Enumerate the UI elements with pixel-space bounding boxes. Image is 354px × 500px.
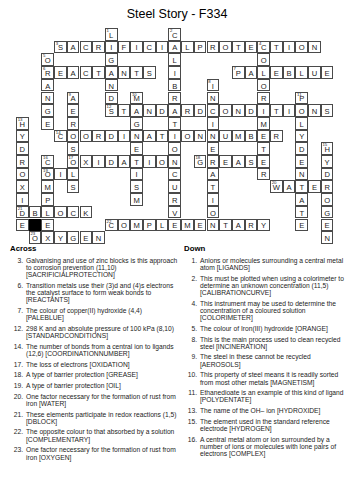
clue-num-label: 1. bbox=[184, 257, 197, 272]
grid-cell: I bbox=[16, 193, 29, 206]
cell-letter: I bbox=[208, 120, 219, 129]
cell-letter: N bbox=[296, 170, 307, 179]
cell-letter: N bbox=[131, 132, 142, 141]
cell-letter: C bbox=[208, 107, 219, 116]
grid-cell: L bbox=[295, 66, 308, 79]
grid-cell: A bbox=[67, 66, 80, 79]
grid-cell: V bbox=[168, 206, 181, 219]
cell-letter: A bbox=[42, 82, 53, 91]
grid-cell: N bbox=[308, 104, 321, 117]
cell-letter: P bbox=[195, 43, 206, 52]
grid-cell: L bbox=[181, 41, 194, 54]
grid-cell: I bbox=[54, 168, 67, 181]
clue-across-6: 6.Transition metals use their (3)d and (… bbox=[10, 282, 180, 304]
down-section: Down 1.Anions or molecules surrounding a… bbox=[184, 245, 352, 461]
clue-text: The colour of Iron(III) hydroxide [ORANG… bbox=[200, 325, 352, 332]
cell-letter: A bbox=[246, 69, 257, 78]
cell-letter: S bbox=[131, 183, 142, 192]
grid-cell: E bbox=[16, 219, 29, 232]
cell-letter: L bbox=[157, 221, 168, 230]
cell-letter: R bbox=[208, 158, 219, 167]
cell-letter: N bbox=[309, 107, 320, 116]
grid-cell: N bbox=[308, 41, 321, 54]
clue-num-label: 22. bbox=[10, 428, 23, 443]
cell-letter: S bbox=[322, 107, 333, 116]
grid-cell: I bbox=[207, 117, 220, 130]
clue-num-label: 14. bbox=[10, 343, 23, 358]
cell-letter: O bbox=[296, 107, 307, 116]
cell-letter: I bbox=[157, 43, 168, 52]
cell-letter: T bbox=[258, 145, 269, 154]
cell-letter: O bbox=[42, 170, 53, 179]
grid-cell: E bbox=[257, 155, 270, 168]
grid-cell: I bbox=[105, 41, 118, 54]
clue-text: 298 K and an absolute pressure of 100 kP… bbox=[26, 325, 180, 340]
grid-cell: B bbox=[245, 130, 258, 143]
clue-down-8: 8.This is the main process used to clean… bbox=[184, 336, 352, 351]
cell-letter: C bbox=[106, 221, 117, 230]
grid-cell: X bbox=[16, 180, 29, 193]
grid-cell: E bbox=[41, 117, 54, 130]
cell-letter: R bbox=[208, 43, 219, 52]
cell-letter: H bbox=[17, 120, 28, 129]
cell-letter: N bbox=[93, 234, 104, 243]
grid-cell: M bbox=[41, 180, 54, 193]
cell-letter: B bbox=[169, 82, 180, 91]
grid-cell: Y bbox=[16, 130, 29, 143]
clue-text: A type of barrier protection [GREASE] bbox=[26, 371, 180, 378]
clue-num-label: 8. bbox=[184, 336, 197, 351]
grid-cell: E bbox=[321, 66, 334, 79]
cell-letter: T bbox=[169, 120, 180, 129]
grid-cell: D bbox=[156, 104, 169, 117]
grid-cell: G bbox=[41, 104, 54, 117]
cell-letter: S bbox=[106, 107, 117, 116]
cell-letter: T bbox=[296, 183, 307, 192]
grid-cell: N bbox=[118, 66, 131, 79]
cell-letter: O bbox=[169, 145, 180, 154]
cell-letter: T bbox=[93, 69, 104, 78]
clue-num-label: 15. bbox=[184, 418, 197, 433]
clue-across-7: 7.The colour of copper(II) hydroxide (4,… bbox=[10, 307, 180, 322]
cell-letter: N bbox=[322, 234, 333, 243]
grid-cell: 12S bbox=[105, 104, 118, 117]
cell-letter: M bbox=[233, 132, 244, 141]
cell-letter: R bbox=[258, 170, 269, 179]
cell-letter: I bbox=[208, 196, 219, 205]
cell-letter: E bbox=[322, 69, 333, 78]
grid-cell: 1L bbox=[105, 28, 118, 41]
grid-cell: R bbox=[245, 219, 258, 232]
cell-letter: O bbox=[220, 43, 231, 52]
grid-cell: L bbox=[41, 206, 54, 219]
cell-letter: E bbox=[81, 234, 92, 243]
grid-cell: O bbox=[219, 104, 232, 117]
grid-cell: S bbox=[67, 180, 80, 193]
grid-cell: T bbox=[232, 41, 245, 54]
cell-letter: D bbox=[157, 107, 168, 116]
grid-cell: I bbox=[168, 130, 181, 143]
grid-cell: 8I bbox=[207, 79, 220, 92]
clue-down-11: 11.Ethanedioate is an example of this ki… bbox=[184, 389, 352, 404]
grid-cell: 13H bbox=[16, 117, 29, 130]
clue-down-4: 4.This instrument may be used to determi… bbox=[184, 300, 352, 322]
cell-letter: Y bbox=[55, 234, 66, 243]
cell-letter: E bbox=[258, 132, 269, 141]
grid-cell: A bbox=[232, 219, 245, 232]
cell-letter: E bbox=[220, 158, 231, 167]
grid-cell: E bbox=[207, 142, 220, 155]
grid-cell: N bbox=[207, 130, 220, 143]
cell-letter: C bbox=[169, 170, 180, 179]
grid-cell: L bbox=[168, 53, 181, 66]
clue-num-label: 2. bbox=[184, 275, 197, 297]
grid-cell: O bbox=[295, 41, 308, 54]
cell-letter: M bbox=[131, 196, 142, 205]
grid-cell: E bbox=[257, 130, 270, 143]
cell-letter: R bbox=[246, 221, 257, 230]
grid-cell: C bbox=[168, 168, 181, 181]
grid-cell: 16C bbox=[41, 155, 54, 168]
clue-num-label: 18. bbox=[10, 371, 23, 378]
grid-cell: I bbox=[283, 104, 296, 117]
cell-letter: L bbox=[169, 56, 180, 65]
cell-letter: X bbox=[81, 158, 92, 167]
cell-letter: T bbox=[220, 221, 231, 230]
cell-letter: C bbox=[42, 158, 53, 167]
grid-cell: 5O bbox=[41, 53, 54, 66]
clue-num-label: 11. bbox=[184, 389, 197, 404]
cell-letter: R bbox=[17, 158, 28, 167]
grid-cell: N bbox=[295, 168, 308, 181]
grid-cell: 11P bbox=[295, 92, 308, 105]
cell-letter: A bbox=[296, 196, 307, 205]
cell-letter: D bbox=[246, 107, 257, 116]
grid-cell: I bbox=[257, 104, 270, 117]
cell-letter: U bbox=[309, 69, 320, 78]
cell-letter: O bbox=[42, 56, 53, 65]
clue-text: The number of bonds from a central ion t… bbox=[26, 343, 180, 358]
cell-letter: I bbox=[17, 196, 28, 205]
cell-letter: L bbox=[296, 69, 307, 78]
grid-cell: 6R bbox=[41, 66, 54, 79]
clue-down-13: 13.The name of the OH– ion [HYDROXIDE] bbox=[184, 407, 352, 414]
cell-letter: M bbox=[258, 120, 269, 129]
cell-letter: E bbox=[296, 158, 307, 167]
grid-cell: 9A bbox=[67, 92, 80, 105]
grid-cell: 4C bbox=[257, 41, 270, 54]
clue-across-22: 22.The opposite colour to that absorbed … bbox=[10, 428, 180, 443]
cell-letter: N bbox=[144, 107, 155, 116]
cell-letter: E bbox=[42, 120, 53, 129]
grid-cell: N bbox=[207, 92, 220, 105]
cell-letter: O bbox=[30, 234, 41, 243]
cell-letter: I bbox=[144, 158, 155, 167]
cell-letter: E bbox=[246, 43, 257, 52]
grid-cell: R bbox=[257, 168, 270, 181]
grid-cell: C bbox=[80, 66, 93, 79]
grid-cell: A bbox=[118, 155, 131, 168]
grid-cell: N bbox=[194, 130, 207, 143]
clue-down-16: 16.A central metal atom or ion surrounde… bbox=[184, 436, 352, 458]
clue-num-label: 9. bbox=[184, 353, 197, 368]
grid-cell: P bbox=[143, 219, 156, 232]
grid-cell: 22C bbox=[105, 219, 118, 232]
cell-letter: Y bbox=[258, 221, 269, 230]
grid-cell: U bbox=[168, 180, 181, 193]
cell-letter: S bbox=[68, 183, 79, 192]
grid-cell: L bbox=[257, 66, 270, 79]
clue-text: One factor necessary for the formation o… bbox=[26, 446, 180, 461]
grid-cell: G bbox=[67, 231, 80, 244]
grid-cell: C bbox=[67, 206, 80, 219]
cell-letter: L bbox=[42, 209, 53, 218]
grid-cell: A bbox=[283, 180, 296, 193]
clue-text: A central metal atom or ion surrounded b… bbox=[200, 436, 352, 458]
cell-letter: T bbox=[296, 209, 307, 218]
grid-cell: A bbox=[295, 193, 308, 206]
cell-letter: I bbox=[131, 170, 142, 179]
grid-cell: E bbox=[295, 155, 308, 168]
grid-cell: A bbox=[168, 104, 181, 117]
grid-cell: C bbox=[207, 104, 220, 117]
across-clues: 3.Galvanising and use of zinc blocks is … bbox=[10, 257, 180, 461]
cell-letter: Y bbox=[17, 132, 28, 141]
cell-letter: E bbox=[258, 158, 269, 167]
grid-cell: 17O bbox=[67, 155, 80, 168]
grid-cell: R bbox=[181, 104, 194, 117]
grid-cell: L bbox=[156, 219, 169, 232]
grid-cell: A bbox=[232, 155, 245, 168]
grid-cell: N bbox=[168, 155, 181, 168]
cell-letter: N bbox=[106, 82, 117, 91]
grid-cell: S bbox=[245, 155, 258, 168]
cell-letter: N bbox=[169, 158, 180, 167]
grid-cell: T bbox=[130, 66, 143, 79]
cell-letter: E bbox=[322, 221, 333, 230]
cell-letter: G bbox=[195, 158, 206, 167]
clue-text: Ethanedioate is an example of this kind … bbox=[200, 389, 352, 404]
grid-cell: 20W bbox=[270, 180, 283, 193]
grid-cell: D bbox=[105, 130, 118, 143]
clue-across-21: 21.These elements participate in redox r… bbox=[10, 411, 180, 426]
cell-letter: M bbox=[182, 221, 193, 230]
cell-letter: O bbox=[322, 196, 333, 205]
cell-letter: E bbox=[17, 221, 28, 230]
cell-letter: E bbox=[309, 183, 320, 192]
cell-letter: O bbox=[17, 170, 28, 179]
cell-letter: O bbox=[220, 107, 231, 116]
cell-letter: R bbox=[271, 132, 282, 141]
clue-down-2: 2.This must be plotted when using a colo… bbox=[184, 275, 352, 297]
clue-num-label: 3. bbox=[10, 257, 23, 279]
grid-cell: Y bbox=[54, 231, 67, 244]
grid-cell: G bbox=[321, 206, 334, 219]
cell-letter: L bbox=[182, 43, 193, 52]
cell-letter: T bbox=[233, 43, 244, 52]
grid-cell: 2C bbox=[168, 28, 181, 41]
cell-letter: B bbox=[30, 209, 41, 218]
grid-cell: T bbox=[130, 155, 143, 168]
grid-cell: N bbox=[207, 219, 220, 232]
cell-letter: C bbox=[68, 209, 79, 218]
cell-letter: S bbox=[55, 43, 66, 52]
cell-letter: A bbox=[144, 132, 155, 141]
grid-cell: S bbox=[67, 142, 80, 155]
cell-letter: U bbox=[220, 132, 231, 141]
grid-cell: A bbox=[41, 79, 54, 92]
grid-cell: N bbox=[232, 104, 245, 117]
grid-cell: B bbox=[168, 79, 181, 92]
cell-letter: E bbox=[169, 221, 180, 230]
cell-letter: A bbox=[68, 69, 79, 78]
grid-cell: D bbox=[245, 104, 258, 117]
grid-cell: T bbox=[118, 104, 131, 117]
grid-cell: R bbox=[92, 41, 105, 54]
grid-cell: O bbox=[181, 130, 194, 143]
grid-cell: I bbox=[143, 155, 156, 168]
grid-cell: E bbox=[245, 41, 258, 54]
grid-cell: X bbox=[80, 155, 93, 168]
clue-text: The loss of electrons [OXIDATION] bbox=[26, 361, 180, 368]
grid-cell: O bbox=[257, 53, 270, 66]
grid-cell: A bbox=[168, 41, 181, 54]
grid-cell: T bbox=[156, 130, 169, 143]
grid-cell: R bbox=[92, 130, 105, 143]
grid-cell: 19O bbox=[41, 168, 54, 181]
cell-letter: S bbox=[68, 145, 79, 154]
cell-letter: D bbox=[106, 132, 117, 141]
grid-cell: R bbox=[257, 92, 270, 105]
grid-cell: T bbox=[295, 206, 308, 219]
grid-cell: 15H bbox=[321, 142, 334, 155]
cell-letter: O bbox=[182, 132, 193, 141]
cell-letter: R bbox=[42, 69, 53, 78]
grid-cell: I bbox=[207, 193, 220, 206]
clue-across-18: 18.A type of barrier protection [GREASE] bbox=[10, 371, 180, 378]
grid-cell: M bbox=[181, 219, 194, 232]
grid-cell: X bbox=[41, 231, 54, 244]
clue-across-12: 12.298 K and an absolute pressure of 100… bbox=[10, 325, 180, 340]
cell-letter: O bbox=[296, 43, 307, 52]
cell-letter: A bbox=[233, 158, 244, 167]
grid-cell: Y bbox=[295, 130, 308, 143]
grid-cell: R bbox=[16, 155, 29, 168]
grid-cell: 3S bbox=[54, 41, 67, 54]
grid-cell: T bbox=[168, 117, 181, 130]
cell-letter: M bbox=[42, 183, 53, 192]
cell-letter: A bbox=[233, 221, 244, 230]
grid-cell: 18G bbox=[194, 155, 207, 168]
grid-cell: T bbox=[295, 180, 308, 193]
cell-letter: O bbox=[157, 158, 168, 167]
cell-letter: A bbox=[208, 170, 219, 179]
cell-letter: I bbox=[284, 43, 295, 52]
grid-cell: 10M bbox=[130, 92, 143, 105]
cell-letter: H bbox=[322, 145, 333, 154]
cell-letter: E bbox=[131, 145, 142, 154]
grid-cell: 23O bbox=[29, 231, 42, 244]
grid-cell: S bbox=[143, 66, 156, 79]
clue-down-15: 15.The element used in the standard refe… bbox=[184, 418, 352, 433]
cell-letter: Y bbox=[296, 132, 307, 141]
cell-letter: O bbox=[68, 132, 79, 141]
cell-letter: N bbox=[309, 43, 320, 52]
grid-cell: N bbox=[41, 92, 54, 105]
grid-cell: T bbox=[92, 66, 105, 79]
clue-across-3: 3.Galvanising and use of zinc blocks is … bbox=[10, 257, 180, 279]
clue-num-label: 21. bbox=[10, 411, 23, 426]
cell-letter: A bbox=[131, 107, 142, 116]
cell-letter: O bbox=[68, 158, 79, 167]
cell-letter: T bbox=[271, 107, 282, 116]
grid-cell: N bbox=[92, 231, 105, 244]
grid-cell: T bbox=[257, 142, 270, 155]
clue-text: The element used in the standard referen… bbox=[200, 418, 352, 433]
cell-letter: U bbox=[169, 183, 180, 192]
grid-cell: L bbox=[67, 168, 80, 181]
cell-letter: E bbox=[42, 221, 53, 230]
cell-letter: O bbox=[55, 209, 66, 218]
grid-cell: G bbox=[130, 117, 143, 130]
cell-letter: G bbox=[42, 107, 53, 116]
cell-letter: L bbox=[68, 170, 79, 179]
clue-text: One factor necessary for the formation o… bbox=[26, 393, 180, 408]
grid-cell: N bbox=[143, 104, 156, 117]
grid-cell: N bbox=[105, 79, 118, 92]
clue-num-label: 5. bbox=[184, 325, 197, 332]
grid-cell: C bbox=[80, 41, 93, 54]
grid-cell: S bbox=[130, 180, 143, 193]
grid-cell: M bbox=[130, 193, 143, 206]
grid-cell: I bbox=[283, 41, 296, 54]
grid-cell: D bbox=[295, 142, 308, 155]
cell-letter: F bbox=[119, 43, 130, 52]
grid-cell: R bbox=[207, 155, 220, 168]
clue-num-label: 13. bbox=[184, 407, 197, 414]
grid-cell: I bbox=[130, 168, 143, 181]
clue-across-23: 23.One factor necessary for the formatio… bbox=[10, 446, 180, 461]
clue-down-10: 10.This property of steel means it is re… bbox=[184, 371, 352, 386]
clue-text: Galvanising and use of zinc blocks is th… bbox=[26, 257, 180, 279]
grid-cell: E bbox=[67, 104, 80, 117]
grid-cell: I bbox=[92, 155, 105, 168]
grid-cell: R bbox=[207, 41, 220, 54]
cell-letter: P bbox=[42, 196, 53, 205]
cell-letter: E bbox=[195, 221, 206, 230]
cell-letter: M bbox=[131, 94, 142, 103]
cell-letter: D bbox=[17, 145, 28, 154]
clue-text: Anions or molecules surrounding a centra… bbox=[200, 257, 352, 272]
grid-cell: R bbox=[270, 130, 283, 143]
cell-letter: A bbox=[68, 94, 79, 103]
grid-cell: M bbox=[130, 219, 143, 232]
grid-cell: A bbox=[67, 41, 80, 54]
grid-cell: T bbox=[219, 219, 232, 232]
cell-letter: L bbox=[106, 31, 117, 40]
cell-letter: N bbox=[119, 69, 130, 78]
grid-cell: A bbox=[207, 168, 220, 181]
cell-letter: A bbox=[169, 43, 180, 52]
cell-letter: A bbox=[106, 69, 117, 78]
cell-letter: N bbox=[208, 221, 219, 230]
cell-letter: I bbox=[131, 43, 142, 52]
cell-letter: I bbox=[284, 107, 295, 116]
cell-letter: P bbox=[144, 221, 155, 230]
grid-cell: E bbox=[130, 142, 143, 155]
cell-letter: T bbox=[131, 69, 142, 78]
grid-cell: D bbox=[105, 155, 118, 168]
